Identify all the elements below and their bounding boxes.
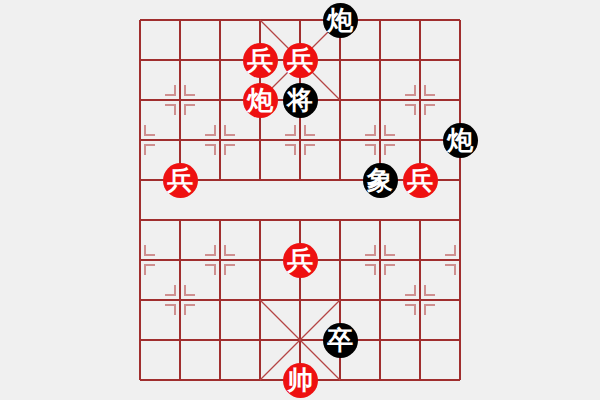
piece-red-cannon[interactable]: 炮 — [243, 83, 278, 118]
piece-red-soldier[interactable]: 兵 — [243, 43, 278, 78]
xiangqi-screen: 炮兵兵炮将炮兵象兵兵卒帅 — [0, 0, 600, 400]
piece-red-soldier[interactable]: 兵 — [283, 243, 318, 278]
piece-red-soldier[interactable]: 兵 — [403, 163, 438, 198]
piece-red-general[interactable]: 帅 — [283, 363, 318, 398]
piece-black-general[interactable]: 将 — [283, 83, 318, 118]
pieces-layer: 炮兵兵炮将炮兵象兵兵卒帅 — [120, 0, 480, 400]
piece-red-soldier[interactable]: 兵 — [283, 43, 318, 78]
piece-black-cannon[interactable]: 炮 — [443, 123, 478, 158]
piece-black-elephant[interactable]: 象 — [363, 163, 398, 198]
piece-red-soldier[interactable]: 兵 — [163, 163, 198, 198]
piece-black-soldier[interactable]: 卒 — [323, 323, 358, 358]
piece-black-cannon[interactable]: 炮 — [323, 3, 358, 38]
